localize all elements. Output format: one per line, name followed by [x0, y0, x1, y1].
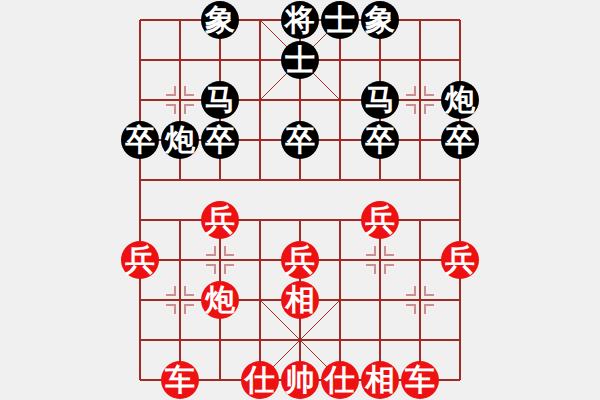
board-grid: 象将士象士马马炮卒炮卒卒卒卒兵兵兵兵兵炮相车仕帅仕相车 [120, 0, 480, 400]
piece-black-zu[interactable]: 卒 [201, 121, 239, 159]
piece-red-bing[interactable]: 兵 [281, 241, 319, 279]
piece-black-zu[interactable]: 卒 [441, 121, 479, 159]
piece-black-xiang[interactable]: 象 [201, 1, 239, 39]
piece-red-shuai[interactable]: 帅 [281, 361, 319, 399]
piece-black-zu[interactable]: 卒 [361, 121, 399, 159]
xiangqi-board: 象将士象士马马炮卒炮卒卒卒卒兵兵兵兵兵炮相车仕帅仕相车 [0, 0, 600, 400]
piece-black-shi[interactable]: 士 [281, 41, 319, 79]
piece-red-shi[interactable]: 仕 [241, 361, 279, 399]
piece-black-pao[interactable]: 炮 [161, 121, 199, 159]
piece-black-ma[interactable]: 马 [201, 81, 239, 119]
piece-black-xiang[interactable]: 象 [361, 1, 399, 39]
piece-red-bing[interactable]: 兵 [361, 201, 399, 239]
piece-black-shi[interactable]: 士 [321, 1, 359, 39]
piece-red-che[interactable]: 车 [401, 361, 439, 399]
piece-black-ma[interactable]: 马 [361, 81, 399, 119]
piece-black-pao[interactable]: 炮 [441, 81, 479, 119]
piece-black-zu[interactable]: 卒 [281, 121, 319, 159]
piece-red-pao[interactable]: 炮 [201, 281, 239, 319]
piece-red-bing[interactable]: 兵 [121, 241, 159, 279]
piece-black-jiang[interactable]: 将 [281, 1, 319, 39]
piece-black-zu[interactable]: 卒 [121, 121, 159, 159]
piece-red-bing[interactable]: 兵 [201, 201, 239, 239]
piece-red-shi[interactable]: 仕 [321, 361, 359, 399]
piece-red-bing[interactable]: 兵 [441, 241, 479, 279]
piece-red-che[interactable]: 车 [161, 361, 199, 399]
piece-red-xiang[interactable]: 相 [361, 361, 399, 399]
piece-red-xiang[interactable]: 相 [281, 281, 319, 319]
